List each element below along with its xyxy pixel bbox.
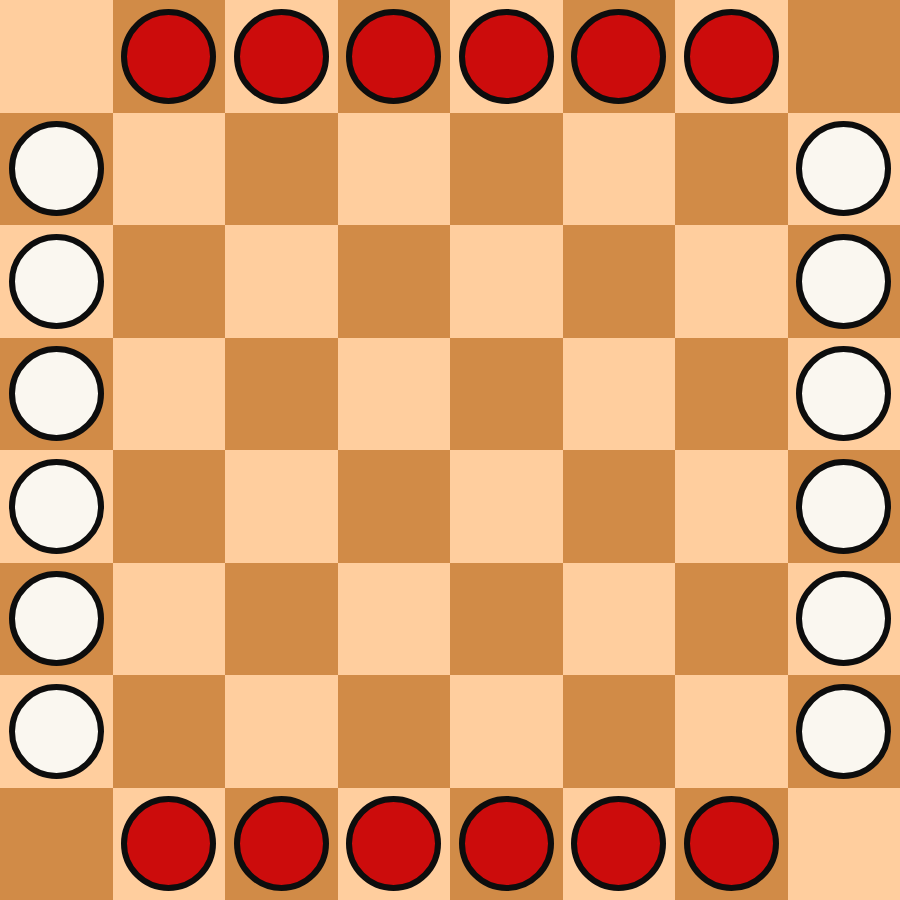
white-piece[interactable] [796,684,891,779]
board-cell[interactable] [675,675,788,788]
board-cell[interactable] [113,563,226,676]
board-cell[interactable] [225,788,338,900]
board-cell[interactable] [450,675,563,788]
white-piece[interactable] [796,346,891,441]
board-cell[interactable] [788,788,900,900]
board-cell[interactable] [0,113,113,226]
board-cell[interactable] [450,338,563,451]
board-cell[interactable] [563,675,676,788]
board-cell[interactable] [788,0,900,113]
board-cell[interactable] [113,675,226,788]
board-cell[interactable] [113,450,226,563]
board-cell[interactable] [788,338,900,451]
board-cell[interactable] [788,675,900,788]
red-piece[interactable] [459,9,554,104]
board-cell[interactable] [225,0,338,113]
board-cell[interactable] [675,563,788,676]
board-cell[interactable] [338,450,451,563]
white-piece[interactable] [796,571,891,666]
white-piece[interactable] [9,346,104,441]
board-cell[interactable] [113,113,226,226]
white-piece[interactable] [796,234,891,329]
white-piece[interactable] [9,459,104,554]
board-cell[interactable] [788,563,900,676]
board-cell[interactable] [563,450,676,563]
board-cell[interactable] [675,338,788,451]
board-cell[interactable] [675,225,788,338]
board-cell[interactable] [338,113,451,226]
board-cell[interactable] [788,450,900,563]
board-cell[interactable] [338,338,451,451]
board-cell[interactable] [675,0,788,113]
board-cell[interactable] [0,450,113,563]
board-cell[interactable] [788,225,900,338]
board-cell[interactable] [0,675,113,788]
board-cell[interactable] [338,788,451,900]
red-piece[interactable] [571,796,666,891]
white-piece[interactable] [9,234,104,329]
board-cell[interactable] [338,563,451,676]
red-piece[interactable] [684,9,779,104]
red-piece[interactable] [121,796,216,891]
board-cell[interactable] [675,450,788,563]
board-cell[interactable] [113,225,226,338]
board-cell[interactable] [450,788,563,900]
red-piece[interactable] [346,9,441,104]
board-cell[interactable] [450,450,563,563]
board-cell[interactable] [563,0,676,113]
red-piece[interactable] [234,796,329,891]
board-cell[interactable] [225,338,338,451]
board-cell[interactable] [563,788,676,900]
board-cell[interactable] [450,113,563,226]
board-cell[interactable] [450,0,563,113]
board-cell[interactable] [0,338,113,451]
white-piece[interactable] [9,684,104,779]
white-piece[interactable] [796,121,891,216]
board-cell[interactable] [563,225,676,338]
board-cell[interactable] [225,675,338,788]
board-cell[interactable] [675,788,788,900]
board-cell[interactable] [450,563,563,676]
board-cell[interactable] [563,113,676,226]
red-piece[interactable] [346,796,441,891]
board-cell[interactable] [675,113,788,226]
red-piece[interactable] [459,796,554,891]
board-cell[interactable] [338,225,451,338]
board-cell[interactable] [338,0,451,113]
board-cell[interactable] [0,0,113,113]
board-cell[interactable] [0,563,113,676]
board-cell[interactable] [338,675,451,788]
board-cell[interactable] [225,563,338,676]
white-piece[interactable] [9,121,104,216]
board-cell[interactable] [0,788,113,900]
red-piece[interactable] [121,9,216,104]
board-cell[interactable] [225,113,338,226]
board-cell[interactable] [225,450,338,563]
board-cell[interactable] [563,338,676,451]
board-cell[interactable] [563,563,676,676]
board-cell[interactable] [225,225,338,338]
board-cell[interactable] [113,338,226,451]
board-cell[interactable] [113,788,226,900]
board-cell[interactable] [113,0,226,113]
board-cell[interactable] [450,225,563,338]
board-cell[interactable] [788,113,900,226]
white-piece[interactable] [9,571,104,666]
red-piece[interactable] [234,9,329,104]
red-piece[interactable] [571,9,666,104]
board-cell[interactable] [0,225,113,338]
white-piece[interactable] [796,459,891,554]
board [0,0,900,900]
red-piece[interactable] [684,796,779,891]
